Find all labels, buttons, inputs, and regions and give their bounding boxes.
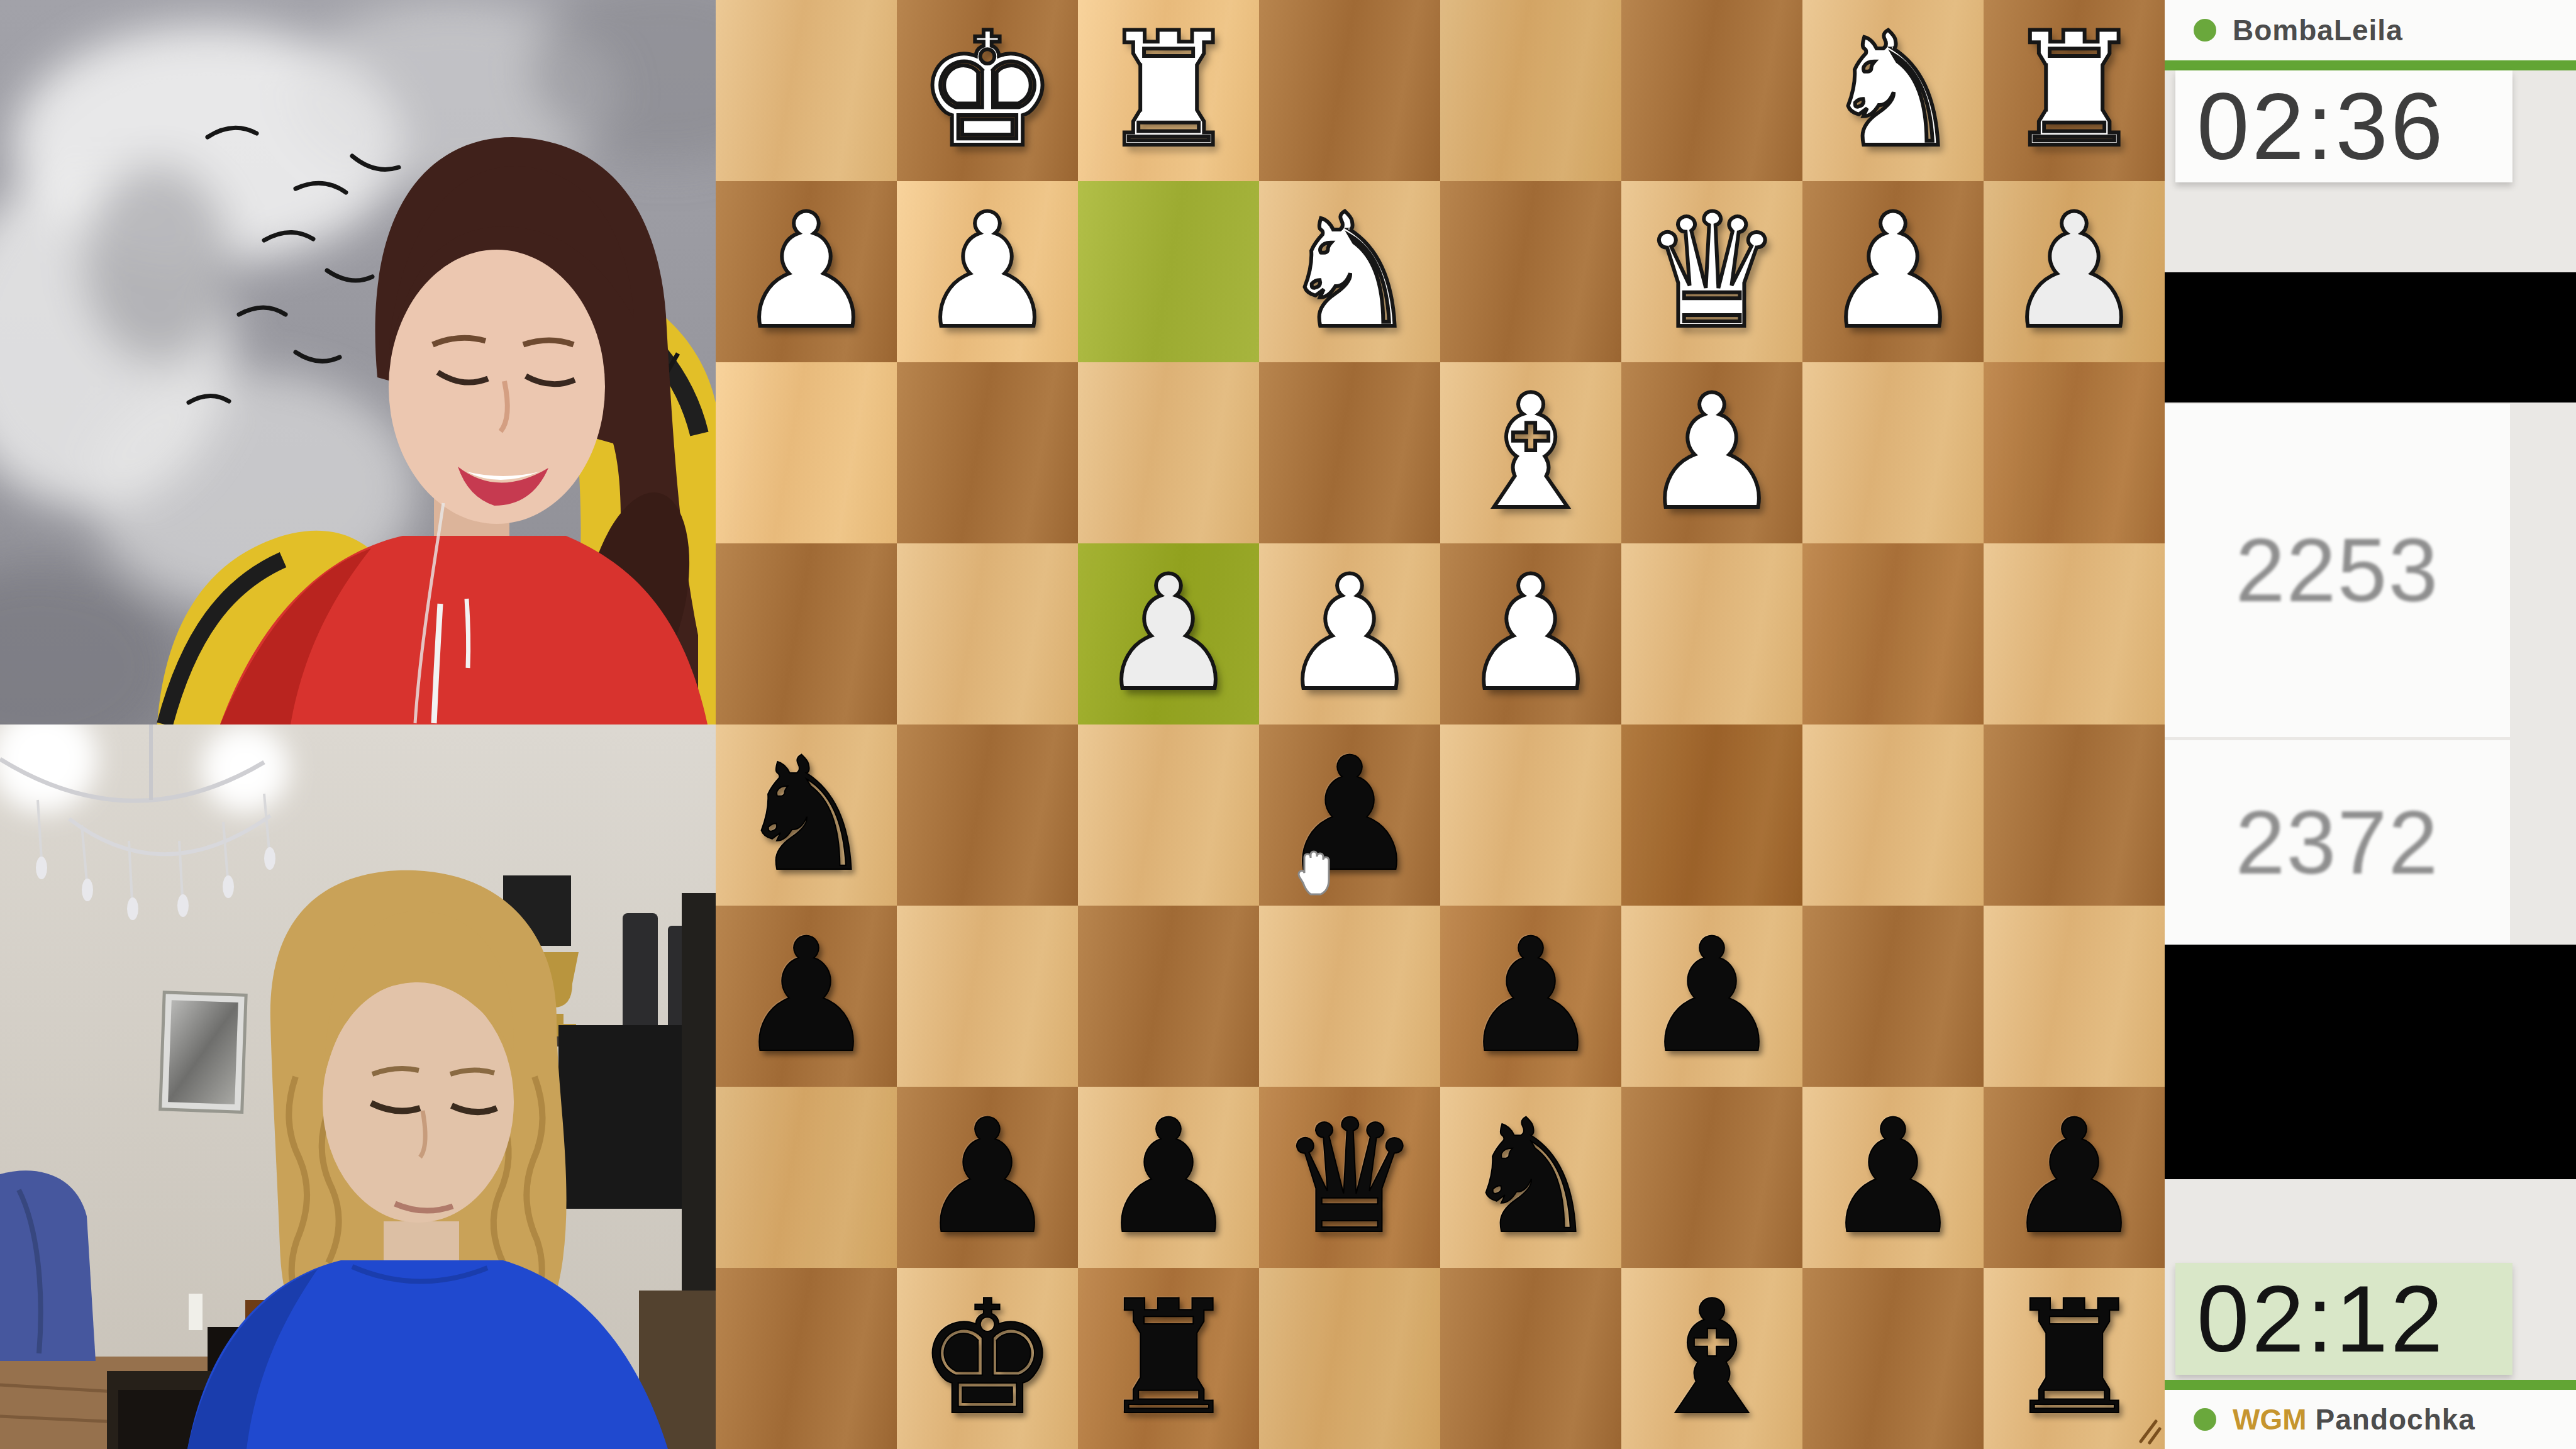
piece-black-rook: ♜	[2004, 1268, 2145, 1449]
covered-panel-upper	[2165, 272, 2576, 402]
square-e5[interactable]: ♟	[1259, 724, 1440, 906]
square-f4[interactable]: ♟	[1078, 543, 1259, 724]
square-a7[interactable]: ♟	[1984, 1087, 2165, 1268]
square-a4[interactable]	[1984, 543, 2165, 724]
square-f2[interactable]	[1078, 181, 1259, 362]
square-g2[interactable]: ♟	[897, 181, 1078, 362]
piece-white-rook: ♜	[1098, 0, 1239, 181]
square-c5[interactable]	[1621, 724, 1802, 906]
piece-black-knight: ♞	[1460, 1087, 1601, 1268]
piece-white-pawn: ♟	[2004, 181, 2145, 362]
piece-black-pawn: ♟	[1823, 1087, 1963, 1268]
square-c2[interactable]: ♛	[1621, 181, 1802, 362]
bottom-player-rating-card: 2372	[2165, 740, 2510, 945]
square-f7[interactable]: ♟	[1078, 1087, 1259, 1268]
piece-white-pawn: ♟	[1641, 362, 1782, 543]
piece-black-pawn: ♟	[1098, 1087, 1239, 1268]
covered-panel-lower	[2165, 945, 2576, 1179]
square-d1[interactable]	[1440, 0, 1621, 181]
square-b2[interactable]: ♟	[1802, 181, 1984, 362]
square-f1[interactable]: ♜	[1078, 0, 1259, 181]
square-d4[interactable]: ♟	[1440, 543, 1621, 724]
square-e6[interactable]	[1259, 906, 1440, 1087]
square-c6[interactable]: ♟	[1621, 906, 1802, 1087]
square-b6[interactable]	[1802, 906, 1984, 1087]
square-a2[interactable]: ♟	[1984, 181, 2165, 362]
piece-black-knight: ♞	[736, 724, 877, 906]
top-player-rating: 2253	[2236, 519, 2440, 622]
square-g6[interactable]	[897, 906, 1078, 1087]
square-h4[interactable]	[716, 543, 897, 724]
square-d8[interactable]	[1440, 1268, 1621, 1449]
square-b5[interactable]	[1802, 724, 1984, 906]
square-d6[interactable]: ♟	[1440, 906, 1621, 1087]
square-g1[interactable]: ♚	[897, 0, 1078, 181]
square-f6[interactable]	[1078, 906, 1259, 1087]
webcam-top-player	[0, 0, 716, 724]
online-status-icon	[2194, 19, 2216, 42]
webcam-bottom-video	[0, 724, 716, 1449]
square-f3[interactable]	[1078, 362, 1259, 543]
square-e1[interactable]	[1259, 0, 1440, 181]
piece-white-bishop: ♝	[1460, 362, 1601, 543]
square-g4[interactable]	[897, 543, 1078, 724]
square-e7[interactable]: ♛	[1259, 1087, 1440, 1268]
square-e8[interactable]	[1259, 1268, 1440, 1449]
piece-white-pawn: ♟	[1279, 543, 1420, 724]
bottom-player-clock-active: 02:12	[2175, 1263, 2512, 1375]
top-player-rating-card: 2253	[2165, 404, 2510, 737]
piece-white-knight: ♞	[1279, 181, 1420, 362]
square-g3[interactable]	[897, 362, 1078, 543]
piece-white-king: ♚	[917, 0, 1058, 181]
piece-black-bishop: ♝	[1641, 1268, 1782, 1449]
piece-white-queen: ♛	[1641, 181, 1782, 362]
piece-white-rook: ♜	[2004, 0, 2145, 181]
top-player-clock: 02:36	[2175, 70, 2512, 182]
piece-black-pawn: ♟	[736, 906, 877, 1087]
square-h5[interactable]: ♞	[716, 724, 897, 906]
webcam-bottom-player	[0, 724, 716, 1449]
square-e3[interactable]	[1259, 362, 1440, 543]
accent-divider	[2165, 60, 2576, 70]
accent-divider	[2165, 1380, 2576, 1390]
square-c4[interactable]	[1621, 543, 1802, 724]
square-g8[interactable]: ♚	[897, 1268, 1078, 1449]
online-status-icon	[2194, 1408, 2216, 1431]
tv-screen	[558, 1025, 702, 1209]
square-h3[interactable]	[716, 362, 897, 543]
square-h6[interactable]: ♟	[716, 906, 897, 1087]
player-info-panel: BombaLeila 02:36 2253 2372 02:12 WGMPand…	[2165, 0, 2576, 1449]
piece-white-pawn: ♟	[917, 181, 1058, 362]
square-c1[interactable]	[1621, 0, 1802, 181]
square-a6[interactable]	[1984, 906, 2165, 1087]
bottom-player-rating: 2372	[2236, 791, 2440, 894]
piece-black-pawn: ♟	[1641, 906, 1782, 1087]
bottom-player-bar: WGMPandochka	[2165, 1390, 2576, 1449]
bottom-player-title: WGM	[2233, 1403, 2307, 1436]
piece-black-pawn: ♟	[1460, 906, 1601, 1087]
square-f5[interactable]	[1078, 724, 1259, 906]
square-d2[interactable]	[1440, 181, 1621, 362]
square-b8[interactable]	[1802, 1268, 1984, 1449]
piece-black-pawn: ♟	[2004, 1087, 2145, 1268]
top-player-name: BombaLeila	[2233, 13, 2403, 47]
square-a5[interactable]	[1984, 724, 2165, 906]
square-c8[interactable]: ♝	[1621, 1268, 1802, 1449]
piece-black-queen: ♛	[1279, 1087, 1420, 1268]
piece-white-pawn: ♟	[1460, 543, 1601, 724]
square-b1[interactable]: ♞	[1802, 0, 1984, 181]
square-h7[interactable]	[716, 1087, 897, 1268]
piece-white-knight: ♞	[1823, 0, 1963, 181]
square-f8[interactable]: ♜	[1078, 1268, 1259, 1449]
piece-white-pawn: ♟	[1098, 543, 1239, 724]
piece-black-pawn: ♟	[1279, 724, 1420, 906]
square-h1[interactable]	[716, 0, 897, 181]
stream-frame: ♚♜♞♜♟♟♞♛♟♟♝♟♟♟♟♞♟ ♟♟♟♟♟♛♞♟♟♚♜♝♜ BombaLei…	[0, 0, 2576, 1449]
square-b3[interactable]	[1802, 362, 1984, 543]
piece-white-pawn: ♟	[1823, 181, 1963, 362]
square-g7[interactable]: ♟	[897, 1087, 1078, 1268]
square-c3[interactable]: ♟	[1621, 362, 1802, 543]
square-b4[interactable]	[1802, 543, 1984, 724]
chess-board: ♚♜♞♜♟♟♞♛♟♟♝♟♟♟♟♞♟ ♟♟♟♟♟♛♞♟♟♚♜♝♜	[716, 0, 2165, 1449]
square-d7[interactable]: ♞	[1440, 1087, 1621, 1268]
square-e2[interactable]: ♞	[1259, 181, 1440, 362]
square-e4[interactable]: ♟	[1259, 543, 1440, 724]
wall-picture	[160, 992, 246, 1112]
piece-black-pawn: ♟	[917, 1087, 1058, 1268]
piece-black-king: ♚	[917, 1268, 1058, 1449]
board-resize-handle[interactable]	[2128, 1407, 2166, 1445]
square-d5[interactable]	[1440, 724, 1621, 906]
square-a3[interactable]	[1984, 362, 2165, 543]
top-player-bar: BombaLeila	[2165, 0, 2576, 60]
square-a1[interactable]: ♜	[1984, 0, 2165, 181]
square-b7[interactable]: ♟	[1802, 1087, 1984, 1268]
bottom-clock-time: 02:12	[2175, 1265, 2445, 1374]
piece-black-rook: ♜	[1098, 1268, 1239, 1449]
square-g5[interactable]	[897, 724, 1078, 906]
piece-white-pawn: ♟	[736, 181, 877, 362]
webcam-top-video	[0, 0, 716, 724]
square-h2[interactable]: ♟	[716, 181, 897, 362]
top-clock-time: 02:36	[2175, 72, 2445, 181]
bottom-player-name: Pandochka	[2316, 1403, 2475, 1436]
square-c7[interactable]	[1621, 1087, 1802, 1268]
square-d3[interactable]: ♝	[1440, 362, 1621, 543]
square-h8[interactable]	[716, 1268, 897, 1449]
